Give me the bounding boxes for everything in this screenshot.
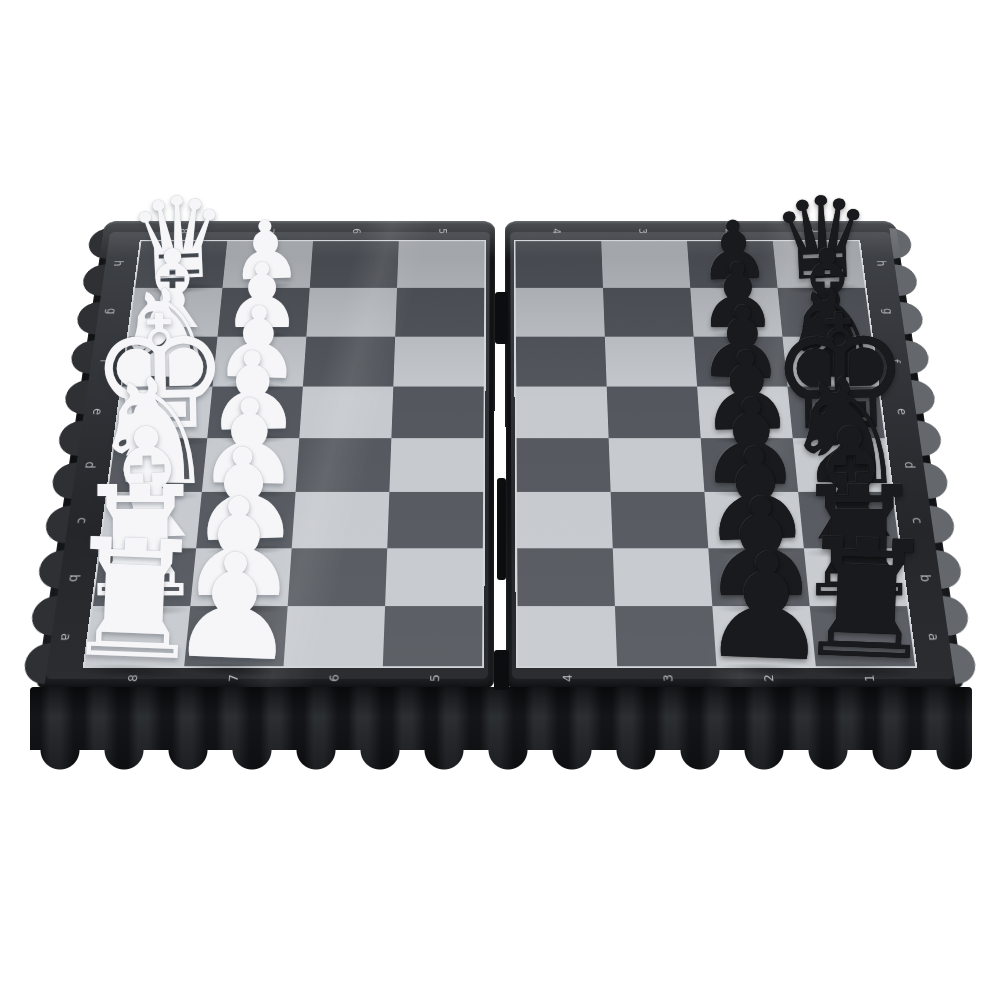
square-g6: [306, 288, 397, 336]
square-e3: [607, 386, 701, 438]
square-e4: [516, 386, 608, 438]
square-h8: [135, 241, 227, 288]
square-g2: [690, 288, 782, 336]
hinge: [494, 650, 509, 690]
square-f8: [122, 336, 217, 386]
squares-grid-left-half: [83, 240, 487, 668]
square-e6: [299, 386, 393, 438]
board-half-left: 8765 hgfedcba 8765: [36, 221, 495, 688]
square-d7: [202, 438, 299, 492]
square-g5: [395, 288, 484, 336]
rank-numbers-top-left-half: 8765: [140, 225, 486, 238]
board-half-right: 4321 hgfedcba 4321: [505, 221, 964, 688]
square-b7: [190, 548, 291, 606]
rank-numbers-bottom-right-half: 4321: [516, 669, 920, 687]
square-f3: [605, 336, 697, 386]
square-h6: [310, 241, 399, 288]
square-h5: [397, 241, 485, 288]
square-c4: [517, 492, 613, 548]
square-c8: [101, 492, 202, 548]
square-b3: [613, 548, 713, 606]
square-c3: [611, 492, 709, 548]
square-b5: [385, 548, 483, 606]
square-d2: [701, 438, 798, 492]
square-d6: [296, 438, 392, 492]
square-d1: [793, 438, 892, 492]
square-f6: [303, 336, 395, 386]
square-e7: [207, 386, 303, 438]
square-c1: [798, 492, 899, 548]
square-h4: [515, 241, 603, 288]
square-b8: [93, 548, 196, 606]
square-d4: [517, 438, 611, 492]
square-e1: [787, 386, 884, 438]
product-photo: 8765 hgfedcba 8765 4321 hgfedcba 4321 ♛♟…: [0, 0, 1000, 1000]
square-g1: [778, 288, 872, 336]
base-wavy-edge: [28, 750, 974, 780]
square-b4: [517, 548, 615, 606]
square-g7: [218, 288, 310, 336]
square-f1: [782, 336, 877, 386]
hinge: [495, 292, 508, 344]
square-h1: [773, 241, 865, 288]
square-b1: [804, 548, 907, 606]
square-d3: [609, 438, 705, 492]
square-f5: [393, 336, 484, 386]
square-d8: [108, 438, 207, 492]
square-h3: [601, 241, 690, 288]
hinge: [497, 478, 506, 580]
square-e8: [115, 386, 212, 438]
board-base: [30, 687, 972, 771]
square-c5: [387, 492, 483, 548]
rank-numbers-bottom-left-half: 8765: [80, 669, 484, 687]
square-b6: [288, 548, 388, 606]
rank-numbers-top-right-half: 4321: [514, 225, 860, 238]
square-f7: [213, 336, 307, 386]
square-f2: [694, 336, 788, 386]
square-g3: [603, 288, 694, 336]
square-e5: [391, 386, 483, 438]
square-h7: [222, 241, 313, 288]
square-g4: [516, 288, 605, 336]
square-e2: [697, 386, 793, 438]
square-c6: [292, 492, 390, 548]
square-h2: [687, 241, 778, 288]
square-c2: [704, 492, 803, 548]
square-b2: [708, 548, 809, 606]
square-d5: [389, 438, 483, 492]
square-g8: [129, 288, 223, 336]
square-c7: [196, 492, 295, 548]
squares-grid-right-half: [514, 240, 918, 668]
square-f4: [516, 336, 607, 386]
